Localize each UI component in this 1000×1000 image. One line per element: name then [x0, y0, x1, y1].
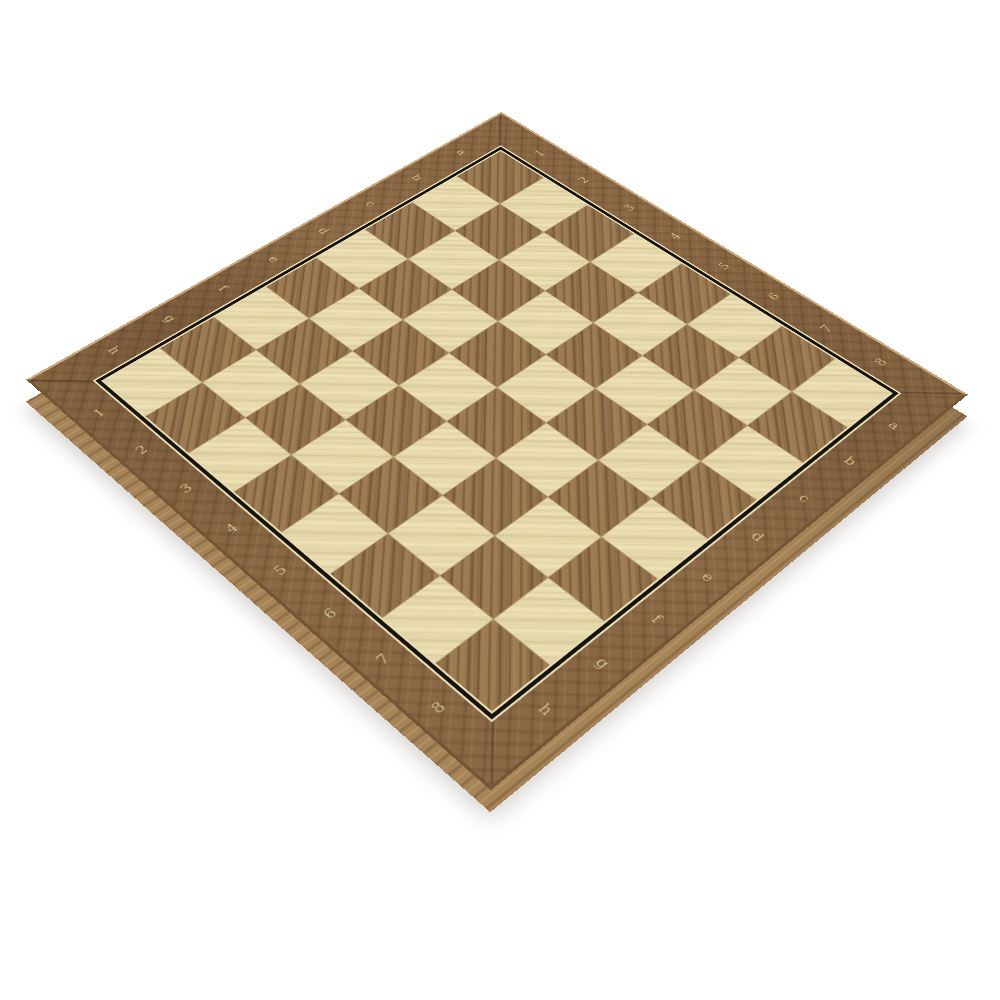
coord-upper-right-edge-5: 5	[716, 261, 732, 271]
coord-lower-left-edge-1: 1	[91, 407, 108, 420]
coord-lower-right-edge-g: g	[592, 655, 612, 671]
coord-lower-left-edge-7: 7	[373, 651, 393, 667]
coord-lower-right-edge-d: d	[748, 529, 766, 543]
coord-lower-right-edge-a: a	[885, 419, 902, 431]
coord-lower-right-edge-f: f	[648, 613, 664, 626]
pinstripe-inner-trim	[101, 150, 893, 714]
coord-upper-left-edge-a: a	[454, 148, 469, 157]
coord-upper-left-edge-f: f	[216, 284, 231, 293]
coord-upper-right-edge-4: 4	[667, 231, 683, 241]
coord-lower-left-edge-3: 3	[177, 481, 195, 495]
pinstripe-black-line	[95, 147, 898, 720]
coord-lower-right-edge-h: h	[536, 701, 557, 718]
coord-lower-left-edge-5: 5	[271, 563, 290, 578]
coord-upper-right-edge-6: 6	[766, 291, 783, 302]
coord-lower-left-edge-4: 4	[223, 521, 241, 535]
coord-lower-right-edge-e: e	[699, 570, 717, 584]
coord-upper-left-edge-h: h	[106, 344, 124, 356]
coord-upper-left-edge-g: g	[161, 313, 178, 324]
coord-upper-right-edge-3: 3	[621, 203, 637, 213]
pinstripe-outer-trim	[93, 145, 902, 722]
photo-background: 1234567812345678abcdefghabcdefgh	[0, 0, 1000, 1000]
coord-upper-right-edge-2: 2	[576, 175, 591, 184]
coord-lower-right-edge-c: c	[796, 492, 813, 505]
coord-upper-left-edge-e: e	[266, 254, 282, 264]
playing-area	[104, 151, 890, 711]
coord-lower-left-edge-2: 2	[133, 443, 150, 456]
coord-upper-left-edge-d: d	[315, 226, 331, 236]
coord-lower-right-edge-b: b	[841, 454, 859, 467]
coord-upper-right-edge-1: 1	[532, 149, 547, 158]
coord-lower-left-edge-6: 6	[321, 606, 340, 622]
coord-upper-right-edge-8: 8	[872, 356, 890, 368]
board-top-face: 1234567812345678abcdefghabcdefgh	[26, 112, 968, 790]
coord-upper-left-edge-c: c	[363, 199, 378, 208]
coord-lower-left-edge-8: 8	[428, 699, 448, 716]
coord-upper-left-edge-b: b	[409, 173, 424, 182]
coord-upper-right-edge-7: 7	[818, 323, 835, 334]
